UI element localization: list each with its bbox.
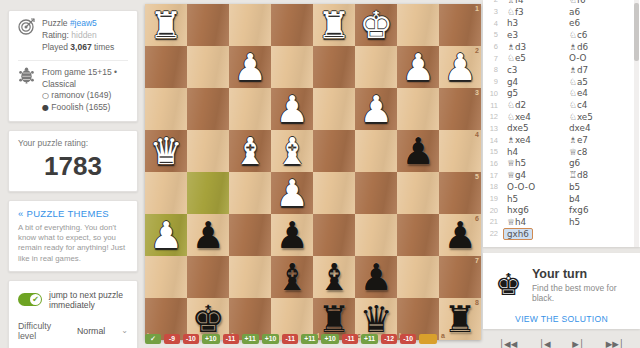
- move-row: 12♘xe4♘xe5: [483, 111, 640, 123]
- move-number: 10: [483, 89, 503, 98]
- view-solution-link[interactable]: VIEW THE SOLUTION: [495, 314, 628, 324]
- move-row: 4h3e6: [483, 17, 640, 29]
- history-chip-loss[interactable]: -9: [164, 334, 180, 344]
- black-move[interactable]: ♘c6: [565, 29, 627, 41]
- puzzle-themes-link[interactable]: « PUZZLE THEMES: [18, 208, 128, 219]
- history-chip-win[interactable]: +11: [242, 334, 259, 344]
- white-king[interactable]: ♚: [355, 4, 397, 46]
- sidebar: Puzzle #jeaw5 Rating: hidden Played 3,06…: [8, 10, 138, 348]
- square-e2[interactable]: [271, 46, 313, 88]
- move-row: 8c3♗d7: [483, 64, 640, 76]
- history-chip-current[interactable]: [419, 334, 437, 344]
- difficulty-value: Normal: [77, 326, 105, 336]
- move-row: 5e3♘c6: [483, 29, 640, 41]
- square-c7[interactable]: ♟: [355, 256, 397, 298]
- white-move[interactable]: ♘f3: [503, 6, 565, 18]
- file-label: a: [441, 332, 445, 339]
- history-chip-loss[interactable]: -11: [342, 334, 358, 344]
- square-c5[interactable]: [355, 172, 397, 214]
- square-a2[interactable]: ♟2: [439, 46, 481, 88]
- move-navigation: │◀◀ │◀ ▶│ ▶▶│: [483, 337, 640, 348]
- move-row: 21♕h4h5: [483, 216, 640, 228]
- move-number: 6: [483, 42, 503, 51]
- square-c1[interactable]: ♚: [355, 4, 397, 46]
- move-list-scrollbar[interactable]: [634, 0, 639, 247]
- square-a4[interactable]: 4: [439, 130, 481, 172]
- square-g7[interactable]: [187, 256, 229, 298]
- chevron-down-icon: ⌄: [121, 326, 128, 335]
- white-bishop[interactable]: ♝: [271, 130, 313, 172]
- history-chip-loss[interactable]: -10: [400, 334, 416, 344]
- difficulty-select[interactable]: Normal ⌄: [77, 326, 128, 336]
- square-e7[interactable]: ♝: [271, 256, 313, 298]
- move-row: 20hxg6fxg6: [483, 204, 640, 216]
- black-move[interactable]: ♕c8: [565, 146, 627, 158]
- played-prefix: Played: [42, 42, 70, 52]
- white-move[interactable]: dxe5: [503, 122, 565, 134]
- square-a5[interactable]: 5: [439, 172, 481, 214]
- rank-label: 4: [475, 131, 479, 138]
- move-number: 3: [483, 7, 503, 16]
- square-b6[interactable]: [397, 214, 439, 256]
- black-move[interactable]: h5: [565, 216, 627, 228]
- square-f2[interactable]: ♟: [229, 46, 271, 88]
- move-row: 13dxe5dxe4: [483, 123, 640, 135]
- square-d4[interactable]: [313, 130, 355, 172]
- white-move[interactable]: g4: [503, 76, 565, 88]
- square-h4[interactable]: ♛: [145, 130, 187, 172]
- square-h7[interactable]: [145, 256, 187, 298]
- white-move[interactable]: h3: [503, 17, 565, 29]
- move-row: 18O-O-Ob5: [483, 181, 640, 193]
- move-number: 14: [483, 136, 503, 145]
- move-row: 17♕g4♖d8: [483, 169, 640, 181]
- square-c4[interactable]: [355, 130, 397, 172]
- white-pawn[interactable]: ♟: [397, 46, 439, 88]
- square-b1[interactable]: [397, 4, 439, 46]
- square-c2[interactable]: [355, 46, 397, 88]
- square-f3[interactable]: [229, 88, 271, 130]
- white-move[interactable]: O-O-O: [503, 181, 565, 193]
- puzzle-info-row: Puzzle #jeaw5 Rating: hidden Played 3,06…: [18, 18, 128, 54]
- move-number: 8: [483, 65, 503, 74]
- puzzle-rating-value: hidden: [71, 30, 97, 40]
- move-number: 15: [483, 147, 503, 156]
- your-rating-value: 1783: [18, 151, 128, 182]
- white-rook[interactable]: ♜: [313, 4, 355, 46]
- moves-inner: 2♗f4♘f63♘f3a64h3e65e3♘c66♗d3♗d67♘e5O-O8c…: [483, 0, 640, 239]
- white-queen[interactable]: ♛: [145, 130, 187, 172]
- black-move[interactable]: fxg6: [565, 204, 627, 216]
- history-chip-loss[interactable]: -11: [223, 334, 239, 344]
- white-move[interactable]: ♗xe4: [503, 134, 565, 146]
- source-game-lines: From game 15+15 • Classical ○ ramonov (1…: [42, 67, 128, 115]
- black-pawn[interactable]: ♟: [271, 214, 313, 256]
- move-number: 21: [483, 217, 503, 226]
- white-move[interactable]: ♕h5: [503, 157, 565, 169]
- black-pawn[interactable]: ♟: [187, 214, 229, 256]
- square-a1[interactable]: 1: [439, 4, 481, 46]
- black-move[interactable]: b4: [565, 193, 627, 205]
- white-move[interactable]: ♘d2: [503, 99, 565, 111]
- move-row: 9g4♘a5: [483, 76, 640, 88]
- white-move[interactable]: e3: [503, 29, 565, 41]
- move-number: 22: [483, 229, 503, 238]
- square-e3[interactable]: ♟: [271, 88, 313, 130]
- white-pawn[interactable]: ♟: [271, 172, 313, 214]
- rank-label: 3: [475, 89, 479, 96]
- black-move[interactable]: ♘c4: [565, 99, 627, 111]
- rank-label: 5: [475, 173, 479, 180]
- black-king-icon: ♚: [495, 270, 522, 300]
- square-f7[interactable]: [229, 256, 271, 298]
- black-move[interactable]: b5: [565, 181, 627, 193]
- last-move-button[interactable]: ▶▶│: [600, 337, 630, 348]
- square-c3[interactable]: ♟: [355, 88, 397, 130]
- square-g3[interactable]: [187, 88, 229, 130]
- scrollbar-thumb[interactable]: [634, 3, 639, 61]
- square-d3[interactable]: [313, 88, 355, 130]
- move-row: 15h4♕c8: [483, 146, 640, 158]
- jump-toggle[interactable]: ✔: [18, 293, 42, 306]
- puzzle-rating-box: Your puzzle rating: 1783: [8, 130, 138, 192]
- white-move[interactable]: ♘xe4: [503, 111, 565, 123]
- square-h2[interactable]: [145, 46, 187, 88]
- black-move[interactable]: dxe4: [565, 122, 627, 134]
- black-move[interactable]: ♖d8: [565, 169, 627, 181]
- your-turn-subtitle: Find the best move for black.: [532, 283, 628, 303]
- your-rating-label: Your puzzle rating:: [18, 138, 128, 148]
- black-move[interactable]: ♘e4: [565, 87, 627, 99]
- white-pawn[interactable]: ♟: [355, 88, 397, 130]
- square-f4[interactable]: ♝: [229, 130, 271, 172]
- difficulty-label: Difficulty level: [18, 321, 63, 341]
- move-number: 7: [483, 54, 503, 63]
- puzzle-info-box: Puzzle #jeaw5 Rating: hidden Played 3,06…: [8, 10, 138, 122]
- square-b2[interactable]: ♟: [397, 46, 439, 88]
- history-chip-win[interactable]: +10: [321, 334, 339, 344]
- square-h1[interactable]: ♜: [145, 4, 187, 46]
- white-move[interactable]: h5: [503, 193, 565, 205]
- square-f6[interactable]: [229, 214, 271, 256]
- history-chip-win[interactable]: +11: [361, 334, 378, 344]
- puzzle-id-link[interactable]: #jeaw5: [70, 18, 97, 28]
- puzzle-info-lines: Puzzle #jeaw5 Rating: hidden Played 3,06…: [42, 18, 114, 54]
- rank-label: 6: [475, 215, 479, 222]
- next-move-button[interactable]: ▶│: [566, 337, 590, 348]
- square-c6[interactable]: [355, 214, 397, 256]
- black-move[interactable]: ♘xe5: [565, 111, 627, 123]
- move-row: 10g5♘e4: [483, 88, 640, 100]
- square-h6[interactable]: ♟: [145, 214, 187, 256]
- your-turn-row: ♚ Your turn Find the best move for black…: [495, 267, 628, 303]
- jump-toggle-row: ✔ jump to next puzzle immediately: [18, 290, 128, 310]
- right-panel: 2♗f4♘f63♘f3a64h3e65e3♘c66♗d3♗d67♘e5O-O8c…: [483, 0, 640, 348]
- rank-label: 1: [475, 5, 479, 12]
- black-color-icon: ●: [42, 103, 49, 112]
- source-game-row: From game 15+15 • Classical ○ ramonov (1…: [18, 60, 128, 115]
- move-row: 11♘d2♘c4: [483, 99, 640, 111]
- white-move[interactable]: c3: [503, 64, 565, 76]
- white-move[interactable]: hxg6: [503, 204, 565, 216]
- white-move[interactable]: ♘e5: [503, 52, 565, 64]
- black-player: Fooolish (1655): [51, 102, 110, 112]
- white-player: ramonov (1649): [51, 90, 111, 100]
- move-number: 17: [483, 171, 503, 180]
- rank-label: 8: [475, 299, 479, 306]
- move-row: 14♗xe4♗e7: [483, 134, 640, 146]
- jump-toggle-label: jump to next puzzle immediately: [49, 290, 128, 310]
- white-move[interactable]: h4: [503, 146, 565, 158]
- square-b4[interactable]: ♟: [397, 130, 439, 172]
- square-g1[interactable]: [187, 4, 229, 46]
- square-b3[interactable]: [397, 88, 439, 130]
- your-turn-title: Your turn: [532, 267, 628, 281]
- puzzle-themes-description: A bit of everything. You don't know what…: [18, 223, 128, 264]
- your-turn-box: ♚ Your turn Find the best move for black…: [483, 253, 640, 329]
- square-d7[interactable]: ♝: [313, 256, 355, 298]
- previous-move-button[interactable]: │◀: [533, 337, 557, 348]
- square-g4[interactable]: [187, 130, 229, 172]
- move-number: 18: [483, 182, 503, 191]
- square-g5[interactable]: [187, 172, 229, 214]
- white-move[interactable]: ♗d3: [503, 41, 565, 53]
- chess-board[interactable]: ♜♜♚1♟♟♟2♟♟3♛♝♝♟4♟5♟♟♟♟6♝♝♟7h♚gfe♜d♛cb♜8a: [145, 4, 481, 340]
- from-game-link[interactable]: From game 15+15 • Classical: [42, 67, 128, 91]
- white-move-active[interactable]: gxh6: [503, 228, 565, 240]
- white-move[interactable]: g5: [503, 87, 565, 99]
- square-d5[interactable]: [313, 172, 355, 214]
- difficulty-row: Difficulty level Normal ⌄: [18, 321, 128, 341]
- square-h3[interactable]: [145, 88, 187, 130]
- move-number: 12: [483, 112, 503, 121]
- history-chip-win[interactable]: +10: [202, 334, 220, 344]
- puzzle-label: Puzzle: [42, 18, 70, 28]
- move-row: 19h5b4: [483, 193, 640, 205]
- move-row: 7♘e5O-O: [483, 52, 640, 64]
- black-move[interactable]: O-O: [565, 52, 627, 64]
- white-pawn[interactable]: ♟: [229, 46, 271, 88]
- move-number: 5: [483, 30, 503, 39]
- toggle-check-icon: ✔: [30, 294, 41, 305]
- black-pawn[interactable]: ♟: [397, 130, 439, 172]
- history-chip-win[interactable]: ✓: [145, 334, 161, 344]
- move-row: 3♘f3a6: [483, 6, 640, 18]
- move-row: 6♗d3♗d6: [483, 41, 640, 53]
- black-bishop[interactable]: ♝: [313, 256, 355, 298]
- first-move-button[interactable]: │◀◀: [493, 337, 523, 348]
- square-g6[interactable]: ♟: [187, 214, 229, 256]
- square-g2[interactable]: [187, 46, 229, 88]
- history-chip-loss[interactable]: -10: [183, 334, 199, 344]
- rank-label: 7: [475, 257, 479, 264]
- played-count: 3,067: [70, 42, 91, 52]
- square-d6[interactable]: [313, 214, 355, 256]
- move-number: 16: [483, 159, 503, 168]
- move-number: 9: [483, 77, 503, 86]
- square-f5[interactable]: [229, 172, 271, 214]
- square-b7[interactable]: [397, 256, 439, 298]
- square-e6[interactable]: ♟: [271, 214, 313, 256]
- square-e4[interactable]: ♝: [271, 130, 313, 172]
- move-number: 13: [483, 124, 503, 133]
- square-f1[interactable]: [229, 4, 271, 46]
- black-pawn[interactable]: ♟: [355, 256, 397, 298]
- black-move[interactable]: ♘a5: [565, 76, 627, 88]
- white-rook[interactable]: ♜: [145, 4, 187, 46]
- black-move[interactable]: ♗d7: [565, 64, 627, 76]
- puzzle-history-chips: ✓-9-10+10-11+11+10-11+11+10-11+11-12-10: [145, 334, 437, 344]
- puzzle-rating-label: Rating:: [42, 30, 71, 40]
- white-move[interactable]: ♕h4: [503, 216, 565, 228]
- black-move[interactable]: ♗e7: [565, 134, 627, 146]
- black-move[interactable]: g6: [565, 157, 627, 169]
- black-bishop[interactable]: ♝: [271, 256, 313, 298]
- square-a6[interactable]: ♟6: [439, 214, 481, 256]
- played-suffix: times: [92, 42, 115, 52]
- move-list: 2♗f4♘f63♘f3a64h3e65e3♘c66♗d3♗d67♘e5O-O8c…: [483, 0, 640, 247]
- square-h5[interactable]: [145, 172, 187, 214]
- puzzle-themes-box: « PUZZLE THEMES A bit of everything. You…: [8, 200, 138, 272]
- move-row: 16♕h5g6: [483, 158, 640, 170]
- move-number: 11: [483, 101, 503, 110]
- square-e5[interactable]: ♟: [271, 172, 313, 214]
- black-move[interactable]: e6: [565, 17, 627, 29]
- history-chip-loss[interactable]: -11: [282, 334, 298, 344]
- white-move[interactable]: ♕g4: [503, 169, 565, 181]
- history-chip-win[interactable]: +11: [301, 334, 318, 344]
- history-chip-loss[interactable]: -12: [381, 334, 397, 344]
- square-d1[interactable]: ♜: [313, 4, 355, 46]
- square-a8[interactable]: ♜8a: [439, 298, 481, 340]
- move-number: 20: [483, 206, 503, 215]
- move-row: 22gxh6: [483, 228, 640, 240]
- white-bishop[interactable]: ♝: [229, 130, 271, 172]
- move-number: 4: [483, 19, 503, 28]
- history-chip-win[interactable]: +10: [262, 334, 280, 344]
- white-pawn[interactable]: ♟: [271, 88, 313, 130]
- black-move[interactable]: ♗d6: [565, 41, 627, 53]
- square-a7[interactable]: 7: [439, 256, 481, 298]
- square-a3[interactable]: 3: [439, 88, 481, 130]
- black-move: [565, 229, 627, 239]
- puzzle-page: Puzzle #jeaw5 Rating: hidden Played 3,06…: [0, 0, 640, 348]
- black-move[interactable]: a6: [565, 6, 627, 18]
- settings-box: ✔ jump to next puzzle immediately Diffic…: [8, 280, 138, 348]
- square-d2[interactable]: [313, 46, 355, 88]
- square-e1[interactable]: [271, 4, 313, 46]
- rank-label: 2: [475, 47, 479, 54]
- square-b5[interactable]: [397, 172, 439, 214]
- turtle-icon: [18, 67, 35, 88]
- move-number: 2: [483, 0, 503, 4]
- dartboard-icon: [18, 18, 35, 39]
- white-color-icon: ○: [42, 91, 49, 100]
- move-number: 19: [483, 194, 503, 203]
- white-pawn[interactable]: ♟: [145, 214, 187, 256]
